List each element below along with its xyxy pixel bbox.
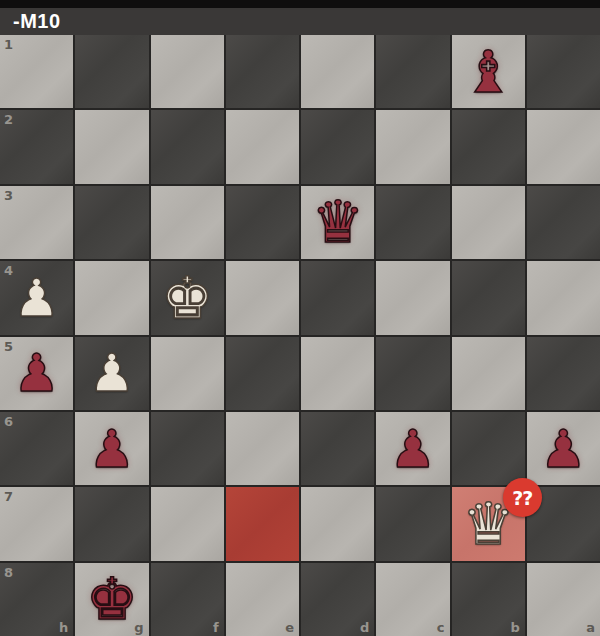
square-e1[interactable] (226, 35, 299, 108)
rank-label-7: 7 (4, 490, 13, 503)
square-f4[interactable]: ♚ (151, 261, 224, 334)
black-queen[interactable]: ♛ (312, 193, 364, 251)
square-e5[interactable] (226, 337, 299, 410)
square-c8[interactable]: c (376, 563, 449, 636)
square-h3[interactable]: 3 (0, 186, 73, 259)
square-a8[interactable]: a (527, 563, 600, 636)
square-g2[interactable] (75, 110, 148, 183)
square-c2[interactable] (376, 110, 449, 183)
blunder-badge: ?? (503, 478, 542, 517)
white-pawn[interactable]: ♟ (13, 272, 60, 324)
rank-label-3: 3 (4, 189, 13, 202)
black-pawn[interactable]: ♟ (89, 423, 136, 475)
square-e8[interactable]: e (226, 563, 299, 636)
square-e4[interactable] (226, 261, 299, 334)
rank-label-2: 2 (4, 113, 13, 126)
square-f5[interactable] (151, 337, 224, 410)
square-a4[interactable] (527, 261, 600, 334)
square-f2[interactable] (151, 110, 224, 183)
square-f3[interactable] (151, 186, 224, 259)
file-label-h: h (59, 621, 68, 634)
black-pawn[interactable]: ♟ (13, 347, 60, 399)
square-d6[interactable] (301, 412, 374, 485)
file-label-b: b (510, 621, 519, 634)
square-d8[interactable]: d (301, 563, 374, 636)
square-g3[interactable] (75, 186, 148, 259)
square-h8[interactable]: 8h (0, 563, 73, 636)
rank-label-1: 1 (4, 38, 13, 51)
evaluation-label: -M10 (13, 10, 61, 33)
chess-board: 1♝23♛4♟♚5♟♟6♟♟♟7♛??8hg♚fedcba (0, 35, 600, 636)
square-g5[interactable]: ♟ (75, 337, 148, 410)
square-h5[interactable]: 5♟ (0, 337, 73, 410)
black-pawn[interactable]: ♟ (390, 423, 437, 475)
square-g4[interactable] (75, 261, 148, 334)
square-h2[interactable]: 2 (0, 110, 73, 183)
file-label-e: e (285, 621, 294, 634)
square-b6[interactable] (452, 412, 525, 485)
square-b8[interactable]: b (452, 563, 525, 636)
square-b3[interactable] (452, 186, 525, 259)
square-c5[interactable] (376, 337, 449, 410)
square-d5[interactable] (301, 337, 374, 410)
square-e2[interactable] (226, 110, 299, 183)
square-c6[interactable]: ♟ (376, 412, 449, 485)
square-a3[interactable] (527, 186, 600, 259)
black-king[interactable]: ♚ (86, 570, 138, 628)
square-f6[interactable] (151, 412, 224, 485)
square-f8[interactable]: f (151, 563, 224, 636)
square-g1[interactable] (75, 35, 148, 108)
square-d4[interactable] (301, 261, 374, 334)
square-d3[interactable]: ♛ (301, 186, 374, 259)
square-a1[interactable] (527, 35, 600, 108)
square-b1[interactable]: ♝ (452, 35, 525, 108)
square-a6[interactable]: ♟ (527, 412, 600, 485)
black-pawn[interactable]: ♟ (540, 423, 587, 475)
square-e6[interactable] (226, 412, 299, 485)
analysis-header: -M10 (0, 8, 600, 35)
square-f7[interactable] (151, 487, 224, 560)
square-g7[interactable] (75, 487, 148, 560)
square-a2[interactable] (527, 110, 600, 183)
square-h7[interactable]: 7 (0, 487, 73, 560)
square-c1[interactable] (376, 35, 449, 108)
square-b7[interactable]: ♛?? (452, 487, 525, 560)
file-label-d: d (360, 621, 369, 634)
rank-label-4: 4 (4, 264, 13, 277)
square-h1[interactable]: 1 (0, 35, 73, 108)
top-strip (0, 0, 600, 8)
square-f1[interactable] (151, 35, 224, 108)
file-label-f: f (213, 621, 219, 634)
square-b2[interactable] (452, 110, 525, 183)
file-label-g: g (134, 621, 143, 634)
square-d7[interactable] (301, 487, 374, 560)
square-g8[interactable]: g♚ (75, 563, 148, 636)
square-c7[interactable] (376, 487, 449, 560)
square-e3[interactable] (226, 186, 299, 259)
square-b5[interactable] (452, 337, 525, 410)
black-bishop[interactable]: ♝ (462, 43, 514, 101)
square-h6[interactable]: 6 (0, 412, 73, 485)
square-d2[interactable] (301, 110, 374, 183)
square-e7[interactable] (226, 487, 299, 560)
rank-label-5: 5 (4, 340, 13, 353)
white-pawn[interactable]: ♟ (89, 347, 136, 399)
rank-label-6: 6 (4, 415, 13, 428)
square-a5[interactable] (527, 337, 600, 410)
white-king[interactable]: ♚ (161, 269, 213, 327)
square-g6[interactable]: ♟ (75, 412, 148, 485)
square-h4[interactable]: 4♟ (0, 261, 73, 334)
square-d1[interactable] (301, 35, 374, 108)
rank-label-8: 8 (4, 566, 13, 579)
square-c4[interactable] (376, 261, 449, 334)
file-label-a: a (586, 621, 595, 634)
square-c3[interactable] (376, 186, 449, 259)
file-label-c: c (437, 621, 445, 634)
square-b4[interactable] (452, 261, 525, 334)
